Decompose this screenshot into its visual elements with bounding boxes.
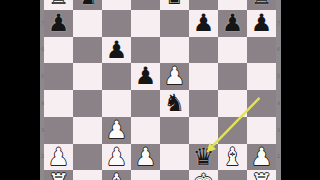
rank-label-4-left: 4 — [41, 101, 45, 106]
square-h6 — [247, 37, 276, 64]
piece-white-pawn-c3: ♟ — [102, 117, 131, 144]
square-c8 — [102, 0, 131, 10]
square-b4 — [73, 90, 102, 117]
square-a4 — [44, 90, 73, 117]
chessboard: ♜♞♚♜♟♟♟♟♟♟♟♞♟♟♟♟♛♝♟♜♝♚♜ — [44, 0, 276, 180]
square-g6 — [218, 37, 247, 64]
square-e3 — [160, 117, 189, 144]
chessboard-frame: ♜♞♚♜♟♟♟♟♟♟♟♞♟♟♟♟♛♝♟♜♝♚♜ 8877665544332211 — [40, 0, 281, 180]
piece-black-knight-b8: ♞ — [73, 0, 102, 10]
rank-label-3-right: 3 — [277, 128, 281, 133]
square-d2: ♟ — [131, 144, 160, 171]
square-b2 — [73, 144, 102, 171]
piece-black-pawn-h7: ♟ — [247, 10, 276, 37]
piece-black-pawn-a7: ♟ — [44, 10, 73, 37]
square-e5: ♟ — [160, 63, 189, 90]
rank-label-5-left: 5 — [41, 74, 45, 79]
square-c3: ♟ — [102, 117, 131, 144]
square-e4: ♞ — [160, 90, 189, 117]
piece-white-rook-h1: ♜ — [247, 170, 276, 180]
square-f1: ♚ — [189, 170, 218, 180]
square-h5 — [247, 63, 276, 90]
square-a7: ♟ — [44, 10, 73, 37]
square-h3 — [247, 117, 276, 144]
piece-white-pawn-c2: ♟ — [102, 144, 131, 171]
square-e8: ♚ — [160, 0, 189, 10]
square-a1: ♜ — [44, 170, 73, 180]
square-d1 — [131, 170, 160, 180]
rank-label-6-right: 6 — [277, 47, 281, 52]
rank-label-7-right: 7 — [277, 21, 281, 26]
piece-white-bishop-g2: ♝ — [218, 144, 247, 171]
piece-black-king-e8: ♚ — [160, 0, 189, 10]
square-e2 — [160, 144, 189, 171]
piece-black-pawn-c6: ♟ — [102, 37, 131, 64]
square-f5 — [189, 63, 218, 90]
rank-label-3-left: 3 — [41, 128, 45, 133]
square-h7: ♟ — [247, 10, 276, 37]
piece-black-queen-f2: ♛ — [189, 144, 218, 171]
rank-label-2-left: 2 — [41, 154, 45, 159]
square-c1: ♝ — [102, 170, 131, 180]
square-b3 — [73, 117, 102, 144]
square-f4 — [189, 90, 218, 117]
square-d6 — [131, 37, 160, 64]
square-b6 — [73, 37, 102, 64]
square-c6: ♟ — [102, 37, 131, 64]
piece-black-pawn-g7: ♟ — [218, 10, 247, 37]
piece-black-pawn-d5: ♟ — [131, 63, 160, 90]
square-d5: ♟ — [131, 63, 160, 90]
square-f2: ♛ — [189, 144, 218, 171]
square-a6 — [44, 37, 73, 64]
square-a3 — [44, 117, 73, 144]
square-c4 — [102, 90, 131, 117]
square-h4 — [247, 90, 276, 117]
square-g2: ♝ — [218, 144, 247, 171]
square-e6 — [160, 37, 189, 64]
square-e1 — [160, 170, 189, 180]
rank-label-6-left: 6 — [41, 47, 45, 52]
square-f7: ♟ — [189, 10, 218, 37]
video-frame: ♜♞♚♜♟♟♟♟♟♟♟♞♟♟♟♟♛♝♟♜♝♚♜ 8877665544332211 — [0, 0, 320, 180]
square-g1 — [218, 170, 247, 180]
rank-label-5-right: 5 — [277, 74, 281, 79]
square-a2: ♟ — [44, 144, 73, 171]
piece-white-king-f1: ♚ — [189, 170, 218, 180]
square-e7 — [160, 10, 189, 37]
piece-white-pawn-d2: ♟ — [131, 144, 160, 171]
piece-black-pawn-f7: ♟ — [189, 10, 218, 37]
square-c2: ♟ — [102, 144, 131, 171]
square-h1: ♜ — [247, 170, 276, 180]
square-b7 — [73, 10, 102, 37]
square-c7 — [102, 10, 131, 37]
square-g7: ♟ — [218, 10, 247, 37]
square-d3 — [131, 117, 160, 144]
square-g4 — [218, 90, 247, 117]
square-b8: ♞ — [73, 0, 102, 10]
square-d7 — [131, 10, 160, 37]
square-c5 — [102, 63, 131, 90]
rank-label-4-right: 4 — [277, 101, 281, 106]
piece-white-pawn-h2: ♟ — [247, 144, 276, 171]
piece-black-knight-e4: ♞ — [160, 90, 189, 117]
rank-label-2-right: 2 — [277, 154, 281, 159]
rank-label-7-left: 7 — [41, 21, 45, 26]
square-f3 — [189, 117, 218, 144]
piece-white-pawn-a2: ♟ — [44, 144, 73, 171]
piece-white-pawn-e5: ♟ — [160, 63, 189, 90]
square-g3 — [218, 117, 247, 144]
square-b1 — [73, 170, 102, 180]
piece-white-bishop-c1: ♝ — [102, 170, 131, 180]
square-f6 — [189, 37, 218, 64]
square-d8 — [131, 0, 160, 10]
piece-white-rook-a1: ♜ — [44, 170, 73, 180]
square-a5 — [44, 63, 73, 90]
square-b5 — [73, 63, 102, 90]
square-h2: ♟ — [247, 144, 276, 171]
square-g5 — [218, 63, 247, 90]
square-d4 — [131, 90, 160, 117]
